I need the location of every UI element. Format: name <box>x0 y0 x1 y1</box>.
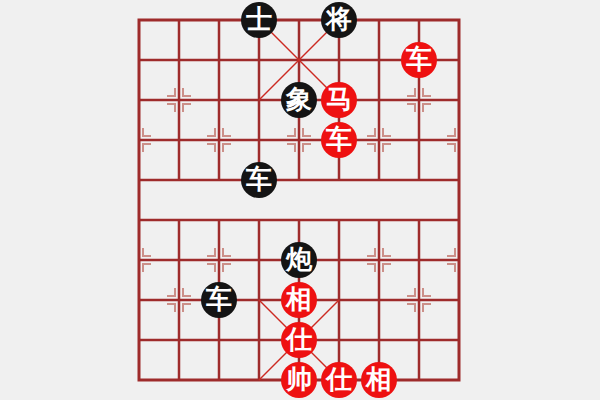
piece-red-advisor[interactable]: 仕 <box>321 362 357 398</box>
piece-red-chariot[interactable]: 车 <box>401 42 437 78</box>
piece-black-chariot[interactable]: 车 <box>201 282 237 318</box>
piece-black-cannon[interactable]: 炮 <box>281 242 317 278</box>
piece-red-horse[interactable]: 马 <box>321 82 357 118</box>
piece-red-elephant[interactable]: 相 <box>361 362 397 398</box>
xiangqi-app: 士将车象马车车炮车相仕帅仕相 <box>0 0 600 400</box>
piece-red-advisor[interactable]: 仕 <box>281 322 317 358</box>
piece-black-advisor[interactable]: 士 <box>241 2 277 38</box>
piece-red-general[interactable]: 帅 <box>281 362 317 398</box>
piece-black-chariot[interactable]: 车 <box>241 162 277 198</box>
board-grid[interactable]: 士将车象马车车炮车相仕帅仕相 <box>119 0 479 400</box>
piece-black-general[interactable]: 将 <box>321 2 357 38</box>
piece-black-elephant[interactable]: 象 <box>281 82 317 118</box>
piece-red-chariot[interactable]: 车 <box>321 122 357 158</box>
piece-red-elephant[interactable]: 相 <box>281 282 317 318</box>
